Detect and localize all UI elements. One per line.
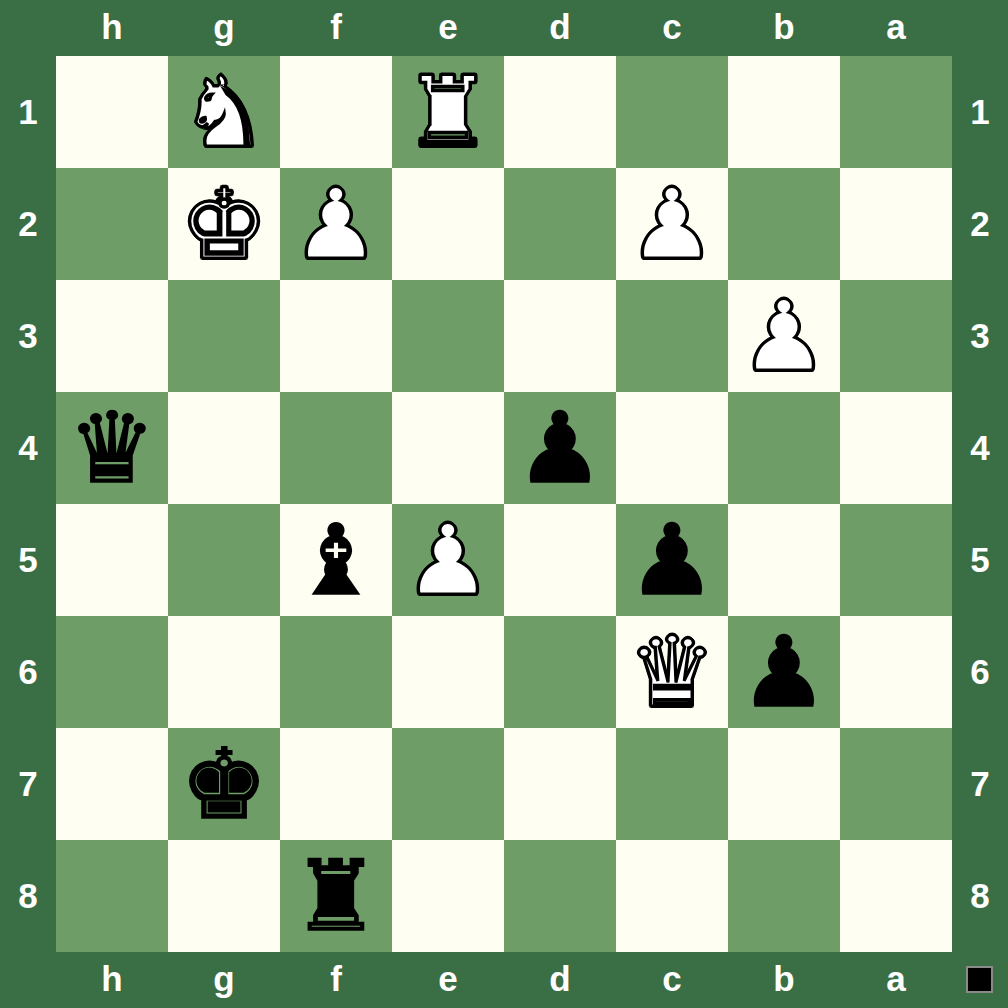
square-b5[interactable] xyxy=(728,504,840,616)
rank-label-right-7: 7 xyxy=(952,728,1008,840)
black-bishop[interactable]: ♝ xyxy=(292,511,380,609)
square-a5[interactable] xyxy=(840,504,952,616)
square-e5[interactable]: ♟ xyxy=(392,504,504,616)
rank-label-right-3: 3 xyxy=(952,280,1008,392)
square-a3[interactable] xyxy=(840,280,952,392)
rank-label-left-2: 2 xyxy=(0,168,56,280)
square-h3[interactable] xyxy=(56,280,168,392)
square-e7[interactable] xyxy=(392,728,504,840)
square-g6[interactable] xyxy=(168,616,280,728)
square-h5[interactable] xyxy=(56,504,168,616)
file-label-top-c: c xyxy=(616,0,728,56)
chess-board: ♞♜♚♟♟♟♛♟♝♟♟♛♟♚♜ xyxy=(56,56,952,952)
file-label-bottom-b: b xyxy=(728,952,840,1008)
square-f7[interactable] xyxy=(280,728,392,840)
square-a1[interactable] xyxy=(840,56,952,168)
square-c7[interactable] xyxy=(616,728,728,840)
white-knight[interactable]: ♞ xyxy=(180,63,268,161)
rank-label-right-6: 6 xyxy=(952,616,1008,728)
black-pawn[interactable]: ♟ xyxy=(740,623,828,721)
file-label-bottom-f: f xyxy=(280,952,392,1008)
file-label-bottom-a: a xyxy=(840,952,952,1008)
square-b3[interactable]: ♟ xyxy=(728,280,840,392)
file-label-bottom-c: c xyxy=(616,952,728,1008)
rank-label-right-2: 2 xyxy=(952,168,1008,280)
white-pawn[interactable]: ♟ xyxy=(628,175,716,273)
square-a6[interactable] xyxy=(840,616,952,728)
file-label-bottom-e: e xyxy=(392,952,504,1008)
square-c2[interactable]: ♟ xyxy=(616,168,728,280)
square-f1[interactable] xyxy=(280,56,392,168)
square-d4[interactable]: ♟ xyxy=(504,392,616,504)
rank-label-left-4: 4 xyxy=(0,392,56,504)
file-label-top-b: b xyxy=(728,0,840,56)
square-f8[interactable]: ♜ xyxy=(280,840,392,952)
file-label-bottom-d: d xyxy=(504,952,616,1008)
square-c8[interactable] xyxy=(616,840,728,952)
square-a2[interactable] xyxy=(840,168,952,280)
chess-diagram: ♞♜♚♟♟♟♛♟♝♟♟♛♟♚♜ hhggffeeddccbbaa11223344… xyxy=(0,0,1008,1008)
square-c5[interactable]: ♟ xyxy=(616,504,728,616)
square-c1[interactable] xyxy=(616,56,728,168)
square-b6[interactable]: ♟ xyxy=(728,616,840,728)
black-queen[interactable]: ♛ xyxy=(68,399,156,497)
file-label-top-g: g xyxy=(168,0,280,56)
file-label-top-e: e xyxy=(392,0,504,56)
square-a4[interactable] xyxy=(840,392,952,504)
rank-label-left-8: 8 xyxy=(0,840,56,952)
rank-label-left-1: 1 xyxy=(0,56,56,168)
file-label-top-f: f xyxy=(280,0,392,56)
file-label-bottom-g: g xyxy=(168,952,280,1008)
square-c4[interactable] xyxy=(616,392,728,504)
file-label-top-a: a xyxy=(840,0,952,56)
square-g7[interactable]: ♚ xyxy=(168,728,280,840)
square-h2[interactable] xyxy=(56,168,168,280)
square-f3[interactable] xyxy=(280,280,392,392)
white-king[interactable]: ♚ xyxy=(180,175,268,273)
square-g5[interactable] xyxy=(168,504,280,616)
black-to-move-indicator xyxy=(966,966,993,993)
rank-label-left-3: 3 xyxy=(0,280,56,392)
square-g3[interactable] xyxy=(168,280,280,392)
square-d7[interactable] xyxy=(504,728,616,840)
white-pawn[interactable]: ♟ xyxy=(404,511,492,609)
square-d1[interactable] xyxy=(504,56,616,168)
square-h8[interactable] xyxy=(56,840,168,952)
square-d3[interactable] xyxy=(504,280,616,392)
square-g4[interactable] xyxy=(168,392,280,504)
rank-label-right-8: 8 xyxy=(952,840,1008,952)
rank-label-right-1: 1 xyxy=(952,56,1008,168)
square-e4[interactable] xyxy=(392,392,504,504)
square-a8[interactable] xyxy=(840,840,952,952)
square-h7[interactable] xyxy=(56,728,168,840)
file-label-top-h: h xyxy=(56,0,168,56)
white-pawn[interactable]: ♟ xyxy=(740,287,828,385)
square-e8[interactable] xyxy=(392,840,504,952)
square-b4[interactable] xyxy=(728,392,840,504)
black-rook[interactable]: ♜ xyxy=(292,847,380,945)
square-g2[interactable]: ♚ xyxy=(168,168,280,280)
black-king[interactable]: ♚ xyxy=(180,735,268,833)
white-pawn[interactable]: ♟ xyxy=(292,175,380,273)
black-pawn[interactable]: ♟ xyxy=(516,399,604,497)
square-h6[interactable] xyxy=(56,616,168,728)
square-b8[interactable] xyxy=(728,840,840,952)
file-label-top-d: d xyxy=(504,0,616,56)
square-d8[interactable] xyxy=(504,840,616,952)
square-b2[interactable] xyxy=(728,168,840,280)
square-b7[interactable] xyxy=(728,728,840,840)
rank-label-left-5: 5 xyxy=(0,504,56,616)
rank-label-left-7: 7 xyxy=(0,728,56,840)
square-c3[interactable] xyxy=(616,280,728,392)
square-b1[interactable] xyxy=(728,56,840,168)
file-label-bottom-h: h xyxy=(56,952,168,1008)
rank-label-right-4: 4 xyxy=(952,392,1008,504)
square-a7[interactable] xyxy=(840,728,952,840)
black-pawn[interactable]: ♟ xyxy=(628,511,716,609)
square-f6[interactable] xyxy=(280,616,392,728)
square-d6[interactable] xyxy=(504,616,616,728)
square-e2[interactable] xyxy=(392,168,504,280)
square-d2[interactable] xyxy=(504,168,616,280)
square-e1[interactable]: ♜ xyxy=(392,56,504,168)
square-f4[interactable] xyxy=(280,392,392,504)
square-f2[interactable]: ♟ xyxy=(280,168,392,280)
rank-label-left-6: 6 xyxy=(0,616,56,728)
white-queen[interactable]: ♛ xyxy=(628,623,716,721)
square-d5[interactable] xyxy=(504,504,616,616)
square-e3[interactable] xyxy=(392,280,504,392)
square-c6[interactable]: ♛ xyxy=(616,616,728,728)
square-h4[interactable]: ♛ xyxy=(56,392,168,504)
square-e6[interactable] xyxy=(392,616,504,728)
white-rook[interactable]: ♜ xyxy=(404,63,492,161)
square-g8[interactable] xyxy=(168,840,280,952)
square-h1[interactable] xyxy=(56,56,168,168)
square-g1[interactable]: ♞ xyxy=(168,56,280,168)
rank-label-right-5: 5 xyxy=(952,504,1008,616)
square-f5[interactable]: ♝ xyxy=(280,504,392,616)
